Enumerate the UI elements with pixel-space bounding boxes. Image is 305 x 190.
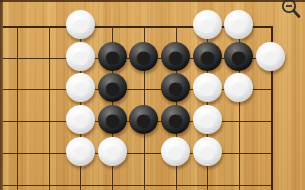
white-stone[interactable]: ● bbox=[256, 42, 285, 71]
window-left-edge bbox=[0, 0, 3, 190]
window-top-edge bbox=[0, 0, 305, 2]
black-stone[interactable]: ● bbox=[161, 105, 190, 134]
black-stone[interactable]: ● bbox=[224, 42, 253, 71]
grid-line-vertical bbox=[49, 26, 50, 190]
black-stone[interactable]: ● bbox=[98, 73, 127, 102]
white-stone[interactable]: ● bbox=[193, 73, 222, 102]
white-stone[interactable]: ● bbox=[193, 137, 222, 166]
white-stone[interactable]: ● bbox=[224, 10, 253, 39]
white-stone[interactable]: ● bbox=[193, 10, 222, 39]
white-stone[interactable]: ● bbox=[161, 137, 190, 166]
black-stone[interactable]: ● bbox=[161, 73, 190, 102]
white-stone[interactable]: ● bbox=[66, 42, 95, 71]
grid-line-horizontal bbox=[0, 185, 272, 186]
white-stone[interactable]: ● bbox=[66, 10, 95, 39]
zoom-out-button[interactable] bbox=[278, 0, 304, 23]
grid-line-vertical bbox=[17, 26, 18, 190]
white-stone[interactable]: ● bbox=[66, 73, 95, 102]
black-stone[interactable]: ● bbox=[193, 42, 222, 71]
black-stone[interactable]: ● bbox=[161, 42, 190, 71]
black-stone[interactable]: ● bbox=[98, 42, 127, 71]
zoom-out-icon bbox=[278, 0, 304, 23]
goban[interactable]: ●●●●●●●●●●●●●●●●●●●●●●●● bbox=[0, 0, 305, 190]
white-stone[interactable]: ● bbox=[98, 137, 127, 166]
white-stone[interactable]: ● bbox=[224, 73, 253, 102]
black-stone[interactable]: ● bbox=[98, 105, 127, 134]
go-app-screen: ●●●●●●●●●●●●●●●●●●●●●●●● bbox=[0, 0, 305, 190]
black-stone[interactable]: ● bbox=[129, 105, 158, 134]
white-stone[interactable]: ● bbox=[66, 105, 95, 134]
white-stone[interactable]: ● bbox=[66, 137, 95, 166]
white-stone[interactable]: ● bbox=[193, 105, 222, 134]
black-stone[interactable]: ● bbox=[129, 42, 158, 71]
grid-line-horizontal bbox=[0, 153, 272, 154]
